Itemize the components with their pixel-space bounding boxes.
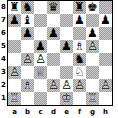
white-rook-g1[interactable]: ♖ bbox=[87, 92, 98, 105]
square-h3[interactable] bbox=[99, 66, 112, 79]
square-b5[interactable] bbox=[21, 40, 34, 53]
file-label-h: h bbox=[99, 106, 112, 118]
square-g5[interactable]: ♙ bbox=[86, 40, 99, 53]
file-label-f: f bbox=[73, 106, 86, 118]
square-g1[interactable]: ♖ bbox=[86, 92, 99, 105]
square-h7[interactable]: ♟ bbox=[99, 14, 112, 27]
square-d2[interactable]: ♙ bbox=[47, 79, 60, 92]
square-h5[interactable] bbox=[99, 40, 112, 53]
black-rook-f8[interactable]: ♜ bbox=[74, 1, 85, 14]
black-knight-f4[interactable]: ♞ bbox=[74, 53, 85, 66]
square-d4[interactable] bbox=[47, 53, 60, 66]
square-f6[interactable] bbox=[73, 27, 86, 40]
black-pawn-e5[interactable]: ♟ bbox=[61, 40, 72, 53]
square-b4[interactable]: ♙ bbox=[21, 53, 34, 66]
square-a1[interactable]: ♖ bbox=[8, 92, 21, 105]
square-e7[interactable] bbox=[60, 14, 73, 27]
white-pawn-a3[interactable]: ♙ bbox=[9, 66, 20, 79]
black-pawn-c5[interactable]: ♟ bbox=[35, 40, 46, 53]
black-king-g8[interactable]: ♚ bbox=[87, 1, 98, 14]
rank-label-8: 8 bbox=[0, 1, 7, 14]
square-e8[interactable] bbox=[60, 1, 73, 14]
square-g3[interactable] bbox=[86, 66, 99, 79]
square-b7[interactable]: ♝ bbox=[21, 14, 34, 27]
black-pawn-g6[interactable]: ♟ bbox=[87, 27, 98, 40]
white-queen-c3[interactable]: ♕ bbox=[35, 66, 46, 79]
file-label-e: e bbox=[60, 106, 73, 118]
square-h6[interactable] bbox=[99, 27, 112, 40]
black-bishop-b7[interactable]: ♝ bbox=[22, 14, 33, 27]
file-label-d: d bbox=[47, 106, 60, 118]
square-d3[interactable] bbox=[47, 66, 60, 79]
square-c6[interactable] bbox=[34, 27, 47, 40]
black-pawn-a7[interactable]: ♟ bbox=[9, 14, 20, 27]
square-e3[interactable] bbox=[60, 66, 73, 79]
black-queen-d8[interactable]: ♛ bbox=[48, 1, 59, 14]
rank-label-1: 1 bbox=[0, 92, 7, 105]
square-a6[interactable] bbox=[8, 27, 21, 40]
file-label-c: c bbox=[34, 106, 47, 118]
white-pawn-d2[interactable]: ♙ bbox=[48, 79, 59, 92]
square-e5[interactable]: ♟ bbox=[60, 40, 73, 53]
square-h8[interactable] bbox=[99, 1, 112, 14]
square-d1[interactable] bbox=[47, 92, 60, 105]
square-a3[interactable]: ♙ bbox=[8, 66, 21, 79]
square-g7[interactable] bbox=[86, 14, 99, 27]
square-g4[interactable] bbox=[86, 53, 99, 66]
square-a4[interactable] bbox=[8, 53, 21, 66]
square-e2[interactable]: ♙ bbox=[60, 79, 73, 92]
black-pawn-f7[interactable]: ♟ bbox=[74, 14, 85, 27]
square-b6[interactable]: ♟ bbox=[21, 27, 34, 40]
white-pawn-f2[interactable]: ♙ bbox=[74, 79, 85, 92]
square-d7[interactable] bbox=[47, 14, 60, 27]
square-a2[interactable] bbox=[8, 79, 21, 92]
black-pawn-d6[interactable]: ♟ bbox=[48, 27, 59, 40]
black-pawn-b6[interactable]: ♟ bbox=[22, 27, 33, 40]
square-b1[interactable] bbox=[21, 92, 34, 105]
white-knight-f3[interactable]: ♘ bbox=[74, 66, 85, 79]
rank-labels: 87654321 bbox=[0, 1, 7, 105]
rank-label-3: 3 bbox=[0, 66, 7, 79]
file-label-a: a bbox=[8, 106, 21, 118]
square-c4[interactable]: ♙ bbox=[34, 53, 47, 66]
square-f4[interactable]: ♞ bbox=[73, 53, 86, 66]
square-f2[interactable]: ♙ bbox=[73, 79, 86, 92]
square-e6[interactable] bbox=[60, 27, 73, 40]
square-a5[interactable] bbox=[8, 40, 21, 53]
square-e4[interactable] bbox=[60, 53, 73, 66]
rank-label-4: 4 bbox=[0, 53, 7, 66]
square-f1[interactable] bbox=[73, 92, 86, 105]
square-e1[interactable]: ♔ bbox=[60, 92, 73, 105]
square-h2[interactable]: ♙ bbox=[99, 79, 112, 92]
rank-label-5: 5 bbox=[0, 40, 7, 53]
file-label-g: g bbox=[86, 106, 99, 118]
file-label-b: b bbox=[21, 106, 34, 118]
rank-label-6: 6 bbox=[0, 27, 7, 40]
square-a8[interactable]: ♜ bbox=[8, 1, 21, 14]
square-h4[interactable] bbox=[99, 53, 112, 66]
square-h1[interactable] bbox=[99, 92, 112, 105]
square-f3[interactable]: ♘ bbox=[73, 66, 86, 79]
white-pawn-b4[interactable]: ♙ bbox=[22, 53, 33, 66]
white-rook-a1[interactable]: ♖ bbox=[9, 92, 20, 105]
white-pawn-e2[interactable]: ♙ bbox=[61, 79, 72, 92]
square-b3[interactable] bbox=[21, 66, 34, 79]
square-c8[interactable] bbox=[34, 1, 47, 14]
file-labels: abcdefgh bbox=[8, 106, 112, 118]
square-g2[interactable] bbox=[86, 79, 99, 92]
square-d5[interactable] bbox=[47, 40, 60, 53]
white-king-e1[interactable]: ♔ bbox=[61, 92, 72, 105]
square-g8[interactable]: ♚ bbox=[86, 1, 99, 14]
white-bishop-b2[interactable]: ♗ bbox=[22, 79, 33, 92]
square-d6[interactable]: ♟ bbox=[47, 27, 60, 40]
square-f8[interactable]: ♜ bbox=[73, 1, 86, 14]
black-knight-b8[interactable]: ♞ bbox=[22, 1, 33, 14]
square-a7[interactable]: ♟ bbox=[8, 14, 21, 27]
square-c1[interactable] bbox=[34, 92, 47, 105]
black-rook-a8[interactable]: ♜ bbox=[9, 1, 20, 14]
square-c3[interactable]: ♕ bbox=[34, 66, 47, 79]
white-pawn-h2[interactable]: ♙ bbox=[100, 79, 111, 92]
rank-label-2: 2 bbox=[0, 79, 7, 92]
rank-label-7: 7 bbox=[0, 14, 7, 27]
black-pawn-h7[interactable]: ♟ bbox=[100, 14, 111, 27]
chess-diagram: 87654321 ♜♞♛♜♚♟♝♟♟♟♟♟♟♟♗♙♙♙♞♙♕♘♗♙♙♙♙♖♔♖ … bbox=[0, 0, 118, 118]
square-c5[interactable]: ♟ bbox=[34, 40, 47, 53]
square-f5[interactable]: ♗ bbox=[73, 40, 86, 53]
square-f7[interactable]: ♟ bbox=[73, 14, 86, 27]
square-c2[interactable] bbox=[34, 79, 47, 92]
square-c7[interactable] bbox=[34, 14, 47, 27]
square-d8[interactable]: ♛ bbox=[47, 1, 60, 14]
square-b8[interactable]: ♞ bbox=[21, 1, 34, 14]
square-b2[interactable]: ♗ bbox=[21, 79, 34, 92]
white-bishop-f5[interactable]: ♗ bbox=[74, 40, 85, 53]
white-pawn-c4[interactable]: ♙ bbox=[35, 53, 46, 66]
square-g6[interactable]: ♟ bbox=[86, 27, 99, 40]
chess-board: ♜♞♛♜♚♟♝♟♟♟♟♟♟♟♗♙♙♙♞♙♕♘♗♙♙♙♙♖♔♖ bbox=[7, 0, 113, 106]
white-pawn-g5[interactable]: ♙ bbox=[87, 40, 98, 53]
